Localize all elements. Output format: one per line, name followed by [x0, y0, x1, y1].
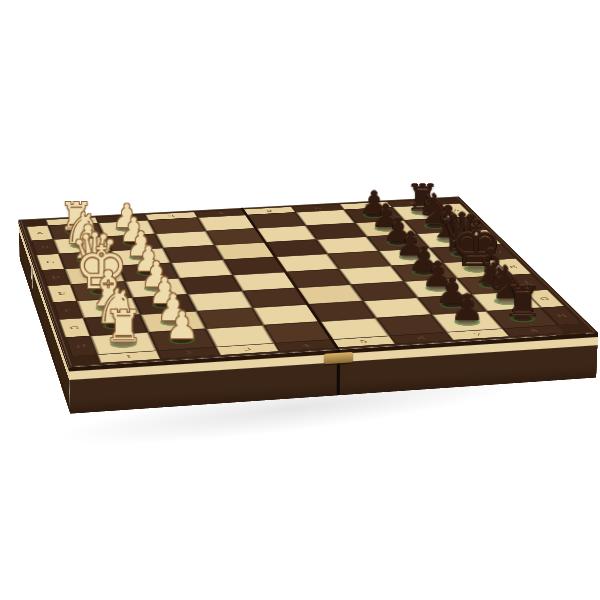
square-h6: [376, 315, 446, 336]
square-h1: ♜: [90, 332, 157, 354]
square-b3: [156, 231, 215, 248]
square-h2: ♟: [148, 329, 215, 351]
white-rook-icon: ♜: [104, 304, 143, 348]
brass-hinge-icon: [324, 352, 353, 364]
product-photo-scene: 12345678 12345678 ABCDEFGH ABCDEFGH ♜♟♟♜…: [0, 0, 600, 600]
square-e6: [339, 266, 404, 285]
metal-clasp-icon: [31, 264, 33, 291]
square-d5: [276, 254, 339, 272]
square-h3: [206, 325, 274, 347]
black-pawn-icon: ♟: [451, 289, 484, 325]
black-rook-icon: ♜: [504, 280, 542, 323]
square-h8: ♜: [487, 308, 559, 329]
chessboard: 12345678 12345678 ABCDEFGH ABCDEFGH ♜♟♟♜…: [18, 196, 598, 367]
white-pawn-icon: ♟: [165, 307, 198, 344]
